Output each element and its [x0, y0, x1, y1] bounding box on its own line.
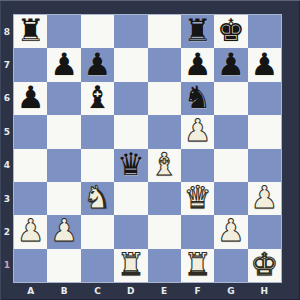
square-a8[interactable]: ♜ [14, 15, 47, 48]
square-a3[interactable] [14, 182, 47, 215]
square-c2[interactable] [81, 215, 114, 248]
square-f7[interactable]: ♟ [181, 48, 214, 81]
square-a1[interactable] [14, 249, 47, 282]
square-d7[interactable] [114, 48, 147, 81]
file-label-d: D [114, 282, 147, 299]
piece-black-knight: ♞ [184, 82, 212, 113]
file-label-g: G [214, 282, 247, 299]
chess-diagram: 87654321 ♜♜♚♟♟♟♟♟♟♝♞♟♛♝♞♛♟♟♟♟♜♜♚ ABCDEFG… [0, 0, 300, 300]
square-d8[interactable] [114, 15, 147, 48]
square-f3[interactable]: ♛ [181, 182, 214, 215]
square-e2[interactable] [148, 215, 181, 248]
square-e8[interactable] [148, 15, 181, 48]
file-label-b: B [47, 282, 80, 299]
square-g2[interactable]: ♟ [214, 215, 247, 248]
chess-board: ♜♜♚♟♟♟♟♟♟♝♞♟♛♝♞♛♟♟♟♟♜♜♚ [14, 15, 281, 282]
square-b8[interactable] [47, 15, 80, 48]
square-e6[interactable] [148, 82, 181, 115]
square-a5[interactable] [14, 115, 47, 148]
square-g8[interactable]: ♚ [214, 15, 247, 48]
square-c6[interactable]: ♝ [81, 82, 114, 115]
square-f6[interactable]: ♞ [181, 82, 214, 115]
piece-white-pawn: ♟ [250, 182, 278, 213]
piece-black-rook: ♜ [17, 15, 45, 46]
rank-label-4: 4 [0, 149, 14, 182]
square-h2[interactable] [248, 215, 281, 248]
square-a2[interactable]: ♟ [14, 215, 47, 248]
square-g5[interactable] [214, 115, 247, 148]
file-label-c: C [81, 282, 114, 299]
square-d3[interactable] [114, 182, 147, 215]
piece-black-pawn: ♟ [17, 82, 45, 113]
piece-white-rook: ♜ [184, 249, 212, 280]
square-f5[interactable]: ♟ [181, 115, 214, 148]
file-label-f: F [181, 282, 214, 299]
piece-black-pawn: ♟ [84, 49, 112, 80]
square-g6[interactable] [214, 82, 247, 115]
square-b1[interactable] [47, 249, 80, 282]
file-label-h: H [248, 282, 281, 299]
piece-white-king: ♚ [250, 249, 278, 280]
square-h7[interactable]: ♟ [248, 48, 281, 81]
piece-white-rook: ♜ [117, 249, 145, 280]
piece-black-bishop: ♝ [84, 82, 112, 113]
square-a4[interactable] [14, 149, 47, 182]
square-d6[interactable] [114, 82, 147, 115]
square-g3[interactable] [214, 182, 247, 215]
file-labels: ABCDEFGH [14, 282, 281, 299]
file-label-e: E [148, 282, 181, 299]
square-f2[interactable] [181, 215, 214, 248]
file-label-a: A [14, 282, 47, 299]
square-f1[interactable]: ♜ [181, 249, 214, 282]
square-g1[interactable] [214, 249, 247, 282]
square-b3[interactable] [47, 182, 80, 215]
piece-white-pawn: ♟ [217, 215, 245, 246]
square-c1[interactable] [81, 249, 114, 282]
square-c8[interactable] [81, 15, 114, 48]
rank-label-5: 5 [0, 115, 14, 148]
square-h1[interactable]: ♚ [248, 249, 281, 282]
square-f8[interactable]: ♜ [181, 15, 214, 48]
rank-label-7: 7 [0, 48, 14, 81]
piece-black-pawn: ♟ [250, 49, 278, 80]
rank-label-1: 1 [0, 249, 14, 282]
square-g7[interactable]: ♟ [214, 48, 247, 81]
square-h4[interactable] [248, 149, 281, 182]
piece-black-pawn: ♟ [184, 49, 212, 80]
piece-black-pawn: ♟ [217, 49, 245, 80]
square-h5[interactable] [248, 115, 281, 148]
piece-white-knight: ♞ [84, 182, 112, 213]
piece-black-king: ♚ [217, 15, 245, 46]
piece-white-pawn: ♟ [184, 115, 212, 146]
square-b7[interactable]: ♟ [47, 48, 80, 81]
square-c7[interactable]: ♟ [81, 48, 114, 81]
square-e5[interactable] [148, 115, 181, 148]
square-h6[interactable] [248, 82, 281, 115]
rank-labels: 87654321 [0, 15, 14, 282]
square-d4[interactable]: ♛ [114, 149, 147, 182]
rank-label-2: 2 [0, 215, 14, 248]
square-c4[interactable] [81, 149, 114, 182]
square-b4[interactable] [47, 149, 80, 182]
square-f4[interactable] [181, 149, 214, 182]
square-a7[interactable] [14, 48, 47, 81]
square-b6[interactable] [47, 82, 80, 115]
square-d5[interactable] [114, 115, 147, 148]
square-h8[interactable] [248, 15, 281, 48]
square-c3[interactable]: ♞ [81, 182, 114, 215]
square-e3[interactable] [148, 182, 181, 215]
square-b5[interactable] [47, 115, 80, 148]
square-e1[interactable] [148, 249, 181, 282]
piece-white-queen: ♛ [184, 182, 212, 213]
rank-label-6: 6 [0, 82, 14, 115]
square-e4[interactable]: ♝ [148, 149, 181, 182]
square-a6[interactable]: ♟ [14, 82, 47, 115]
square-d1[interactable]: ♜ [114, 249, 147, 282]
piece-white-pawn: ♟ [17, 215, 45, 246]
square-h3[interactable]: ♟ [248, 182, 281, 215]
rank-label-8: 8 [0, 15, 14, 48]
square-b2[interactable]: ♟ [47, 215, 80, 248]
rank-label-3: 3 [0, 182, 14, 215]
square-g4[interactable] [214, 149, 247, 182]
square-d2[interactable] [114, 215, 147, 248]
piece-black-rook: ♜ [184, 15, 212, 46]
piece-black-queen: ♛ [117, 149, 145, 180]
square-c5[interactable] [81, 115, 114, 148]
square-e7[interactable] [148, 48, 181, 81]
piece-black-pawn: ♟ [50, 49, 78, 80]
piece-white-bishop: ♝ [150, 149, 178, 180]
piece-white-pawn: ♟ [50, 215, 78, 246]
